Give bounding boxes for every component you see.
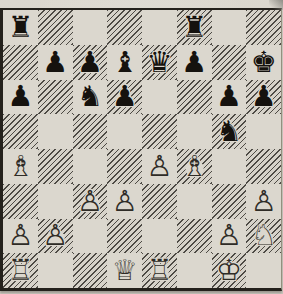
square-f5 <box>177 114 212 149</box>
square-a1: ♖ <box>3 253 38 288</box>
square-b5 <box>38 114 73 149</box>
square-f6 <box>177 80 212 115</box>
piece-white-pawn-c3: ♙ <box>73 184 108 219</box>
square-b8 <box>38 10 73 45</box>
scanned-chess-diagram: ♜♜♟♟♝♛♟♚♟♞♟♟♟♞♗♙♗♙♙♙♙♙♙♘♖♕♖♔ <box>0 0 283 294</box>
piece-black-pawn-c7: ♟ <box>73 45 108 80</box>
square-d7: ♝ <box>107 45 142 80</box>
square-e4: ♙ <box>142 149 177 184</box>
square-c4 <box>73 149 108 184</box>
square-e1: ♖ <box>142 253 177 288</box>
piece-white-rook-a1: ♖ <box>3 253 38 288</box>
piece-white-queen-d1: ♕ <box>107 253 142 288</box>
square-e5 <box>142 114 177 149</box>
square-c5 <box>73 114 108 149</box>
square-h2: ♘ <box>246 219 281 254</box>
square-g6: ♟ <box>212 80 247 115</box>
square-g7 <box>212 45 247 80</box>
square-d5 <box>107 114 142 149</box>
square-f3 <box>177 184 212 219</box>
square-c8 <box>73 10 108 45</box>
scan-corner-shadow <box>269 0 283 10</box>
piece-black-knight-g5: ♞ <box>212 114 247 149</box>
square-e8 <box>142 10 177 45</box>
piece-black-pawn-a6: ♟ <box>3 80 38 115</box>
piece-black-bishop-d7: ♝ <box>107 45 142 80</box>
square-h1 <box>246 253 281 288</box>
square-h7: ♚ <box>246 45 281 80</box>
square-a4: ♗ <box>3 149 38 184</box>
piece-white-pawn-h3: ♙ <box>246 184 281 219</box>
piece-black-pawn-f7: ♟ <box>177 45 212 80</box>
square-h8 <box>246 10 281 45</box>
square-h3: ♙ <box>246 184 281 219</box>
square-b6 <box>38 80 73 115</box>
piece-black-king-h7: ♚ <box>246 45 281 80</box>
square-a2: ♙ <box>3 219 38 254</box>
square-d3: ♙ <box>107 184 142 219</box>
square-b3 <box>38 184 73 219</box>
square-g1: ♔ <box>212 253 247 288</box>
piece-black-pawn-b7: ♟ <box>38 45 73 80</box>
square-b2: ♙ <box>38 219 73 254</box>
piece-black-pawn-g6: ♟ <box>212 80 247 115</box>
piece-white-rook-e1: ♖ <box>142 253 177 288</box>
square-e3 <box>142 184 177 219</box>
square-g3 <box>212 184 247 219</box>
piece-white-pawn-g2: ♙ <box>212 219 247 254</box>
square-d1: ♕ <box>107 253 142 288</box>
square-h4 <box>246 149 281 184</box>
piece-white-bishop-a4: ♗ <box>3 149 38 184</box>
square-f8: ♜ <box>177 10 212 45</box>
square-a6: ♟ <box>3 80 38 115</box>
square-c1 <box>73 253 108 288</box>
square-e2 <box>142 219 177 254</box>
piece-white-pawn-e4: ♙ <box>142 149 177 184</box>
square-d6: ♟ <box>107 80 142 115</box>
square-e6 <box>142 80 177 115</box>
chess-board: ♜♜♟♟♝♛♟♚♟♞♟♟♟♞♗♙♗♙♙♙♙♙♙♘♖♕♖♔ <box>0 8 282 291</box>
piece-black-pawn-h6: ♟ <box>246 80 281 115</box>
piece-black-rook-a8: ♜ <box>3 10 38 45</box>
square-c3: ♙ <box>73 184 108 219</box>
piece-white-bishop-f4: ♗ <box>177 149 212 184</box>
square-a3 <box>3 184 38 219</box>
square-c2 <box>73 219 108 254</box>
square-a7 <box>3 45 38 80</box>
square-f2 <box>177 219 212 254</box>
square-b4 <box>38 149 73 184</box>
piece-black-rook-f8: ♜ <box>177 10 212 45</box>
square-d8 <box>107 10 142 45</box>
square-h6: ♟ <box>246 80 281 115</box>
square-g4 <box>212 149 247 184</box>
square-f1 <box>177 253 212 288</box>
square-g5: ♞ <box>212 114 247 149</box>
piece-black-pawn-d6: ♟ <box>107 80 142 115</box>
square-a8: ♜ <box>3 10 38 45</box>
square-g2: ♙ <box>212 219 247 254</box>
piece-white-pawn-b2: ♙ <box>38 219 73 254</box>
square-h5 <box>246 114 281 149</box>
piece-white-knight-h2: ♘ <box>246 219 281 254</box>
piece-white-pawn-a2: ♙ <box>3 219 38 254</box>
square-g8 <box>212 10 247 45</box>
square-c6: ♞ <box>73 80 108 115</box>
piece-black-knight-c6: ♞ <box>73 80 108 115</box>
square-c7: ♟ <box>73 45 108 80</box>
piece-white-pawn-d3: ♙ <box>107 184 142 219</box>
square-e7: ♛ <box>142 45 177 80</box>
square-b7: ♟ <box>38 45 73 80</box>
square-d2 <box>107 219 142 254</box>
square-f4: ♗ <box>177 149 212 184</box>
piece-black-queen-e7: ♛ <box>142 45 177 80</box>
piece-white-king-g1: ♔ <box>212 253 247 288</box>
square-a5 <box>3 114 38 149</box>
square-d4 <box>107 149 142 184</box>
square-b1 <box>38 253 73 288</box>
square-f7: ♟ <box>177 45 212 80</box>
